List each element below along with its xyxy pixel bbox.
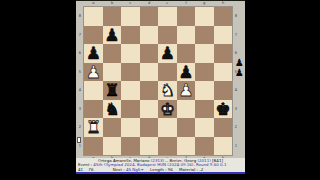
square-a5[interactable]: ♟ <box>84 63 103 82</box>
rank-label-3: 3 <box>235 105 238 113</box>
file-label-b: b <box>108 0 116 3</box>
rank-label-7: 7 <box>235 31 238 39</box>
white-rook[interactable]: ♜ <box>84 118 103 137</box>
white-pawn[interactable]: ♟ <box>177 81 196 100</box>
square-c8[interactable] <box>121 7 140 26</box>
black-pawn[interactable]: ♟ <box>103 26 122 45</box>
black-pawn[interactable]: ♟ <box>84 44 103 63</box>
square-e1[interactable] <box>158 137 177 156</box>
rank-label-1: 1 <box>79 142 82 150</box>
square-f4[interactable]: ♟ <box>177 81 196 100</box>
square-g7[interactable] <box>195 26 214 45</box>
square-h4[interactable] <box>214 81 233 100</box>
file-label-g: g <box>200 0 208 3</box>
square-d8[interactable] <box>140 7 159 26</box>
square-h1[interactable] <box>214 137 233 156</box>
file-label-c: c <box>126 0 134 3</box>
file-label-f: f <box>182 0 190 3</box>
black-king[interactable]: ♚ <box>214 100 233 119</box>
chess-gui-panel: abcdefgh abcdefgh 87654321 87654321 ♟♟♟♟… <box>76 0 245 174</box>
square-e7[interactable] <box>158 26 177 45</box>
square-f1[interactable] <box>177 137 196 156</box>
square-h7[interactable] <box>214 26 233 45</box>
square-f6[interactable] <box>177 44 196 63</box>
square-d1[interactable] <box>140 137 159 156</box>
square-f8[interactable] <box>177 7 196 26</box>
white-to-move-indicator <box>77 137 82 143</box>
letterbox-left <box>0 0 76 180</box>
square-a7[interactable] <box>84 26 103 45</box>
rank-label-4: 4 <box>79 86 82 94</box>
square-e4[interactable]: ♞ <box>158 81 177 100</box>
chess-board[interactable]: ♟♟♟♟♟♜♞♟♞♚♚♜ <box>84 7 232 155</box>
square-e6[interactable]: ♟ <box>158 44 177 63</box>
square-a6[interactable]: ♟ <box>84 44 103 63</box>
square-g5[interactable] <box>195 63 214 82</box>
rank-labels-left: 87654321 <box>77 7 83 155</box>
status-line: 41 76 Next : 45.Ng5+ Length : 96 Materia… <box>76 167 245 172</box>
square-d2[interactable] <box>140 118 159 137</box>
square-d4[interactable] <box>140 81 159 100</box>
square-c7[interactable] <box>121 26 140 45</box>
square-a8[interactable] <box>84 7 103 26</box>
rank-labels-right: 87654321 <box>233 7 239 155</box>
square-d3[interactable] <box>140 100 159 119</box>
square-h6[interactable] <box>214 44 233 63</box>
square-g1[interactable] <box>195 137 214 156</box>
black-rook[interactable]: ♜ <box>103 81 122 100</box>
square-a2[interactable]: ♜ <box>84 118 103 137</box>
square-h5[interactable] <box>214 63 233 82</box>
letterbox-bottom <box>0 174 320 180</box>
square-f7[interactable] <box>177 26 196 45</box>
square-c6[interactable] <box>121 44 140 63</box>
square-f2[interactable] <box>177 118 196 137</box>
black-knight[interactable]: ♞ <box>103 100 122 119</box>
square-g8[interactable] <box>195 7 214 26</box>
square-d7[interactable] <box>140 26 159 45</box>
square-g4[interactable] <box>195 81 214 100</box>
rank-label-8: 8 <box>79 12 82 20</box>
next-move: 45.Ng5+ <box>126 167 144 172</box>
square-a3[interactable] <box>84 100 103 119</box>
result: 0-1 <box>220 163 227 168</box>
length-label: Length : <box>150 167 166 172</box>
file-label-a: a <box>89 0 97 3</box>
game-info-text: Ortega Amarelle, Mariano (2313) -- Breie… <box>76 158 245 172</box>
move-number: 41 <box>78 167 83 172</box>
video-frame: abcdefgh abcdefgh 87654321 87654321 ♟♟♟♟… <box>0 0 320 180</box>
rank-label-1: 1 <box>235 142 238 150</box>
square-e3[interactable]: ♚ <box>158 100 177 119</box>
rank-label-2: 2 <box>235 123 238 131</box>
rank-label-6: 6 <box>79 49 82 57</box>
square-g2[interactable] <box>195 118 214 137</box>
square-b2[interactable] <box>103 118 122 137</box>
white-pawn[interactable]: ♟ <box>84 63 103 82</box>
square-c2[interactable] <box>121 118 140 137</box>
square-c4[interactable] <box>121 81 140 100</box>
square-d6[interactable] <box>140 44 159 63</box>
square-h2[interactable] <box>214 118 233 137</box>
material-value: -2 <box>199 167 203 172</box>
rank-label-7: 7 <box>79 31 82 39</box>
rank-label-4: 4 <box>235 86 238 94</box>
file-label-e: e <box>163 0 171 3</box>
square-f3[interactable] <box>177 100 196 119</box>
square-g3[interactable] <box>195 100 214 119</box>
square-g6[interactable] <box>195 44 214 63</box>
square-e2[interactable] <box>158 118 177 137</box>
square-b7[interactable]: ♟ <box>103 26 122 45</box>
next-label: Next : <box>113 167 125 172</box>
square-b4[interactable]: ♜ <box>103 81 122 100</box>
square-b8[interactable] <box>103 7 122 26</box>
square-a4[interactable] <box>84 81 103 100</box>
square-e5[interactable] <box>158 63 177 82</box>
black-pawn-icon: ♟ <box>234 68 245 78</box>
file-labels-top: abcdefgh <box>84 0 232 6</box>
rank-label-8: 8 <box>235 12 238 20</box>
square-c1[interactable] <box>121 137 140 156</box>
square-b6[interactable] <box>103 44 122 63</box>
total-moves: 76 <box>88 167 93 172</box>
black-pawn[interactable]: ♟ <box>177 63 196 82</box>
square-h8[interactable] <box>214 7 233 26</box>
rank-label-5: 5 <box>79 68 82 76</box>
square-h3[interactable]: ♚ <box>214 100 233 119</box>
letterbox-right <box>245 0 320 180</box>
square-b3[interactable]: ♞ <box>103 100 122 119</box>
file-label-h: h <box>219 0 227 3</box>
game-info-bar: Ortega Amarelle, Mariano (2313) -- Breie… <box>76 158 245 172</box>
square-c3[interactable] <box>121 100 140 119</box>
black-pawn[interactable]: ♟ <box>158 44 177 63</box>
square-f5[interactable]: ♟ <box>177 63 196 82</box>
square-e8[interactable] <box>158 7 177 26</box>
square-b1[interactable] <box>103 137 122 156</box>
square-c5[interactable] <box>121 63 140 82</box>
length-value: 96 <box>168 167 173 172</box>
square-d5[interactable] <box>140 63 159 82</box>
material-tray: ♟♟ <box>234 58 245 77</box>
file-label-d: d <box>145 0 153 3</box>
material-label: Material : <box>179 167 198 172</box>
square-a1[interactable] <box>84 137 103 156</box>
white-king[interactable]: ♚ <box>158 100 177 119</box>
square-b5[interactable] <box>103 63 122 82</box>
rank-label-2: 2 <box>79 123 82 131</box>
white-knight[interactable]: ♞ <box>158 81 177 100</box>
rank-label-3: 3 <box>79 105 82 113</box>
